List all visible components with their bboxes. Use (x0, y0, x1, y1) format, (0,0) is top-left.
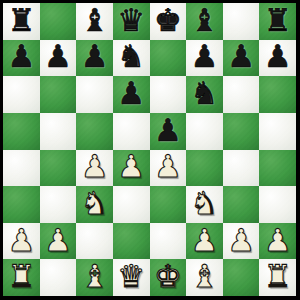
square-e6[interactable] (150, 76, 187, 113)
square-h2[interactable]: ♟ (259, 223, 296, 260)
square-e3[interactable] (150, 186, 187, 223)
square-a2[interactable]: ♟ (3, 223, 40, 260)
square-c2[interactable] (76, 223, 113, 260)
square-h6[interactable] (259, 76, 296, 113)
square-e7[interactable] (150, 40, 187, 77)
square-h5[interactable] (259, 113, 296, 150)
square-h1[interactable]: ♜ (259, 259, 296, 296)
square-b2[interactable]: ♟ (40, 223, 77, 260)
piece-white-pawn[interactable]: ♟ (7, 225, 35, 256)
square-b3[interactable] (40, 186, 77, 223)
square-h8[interactable]: ♜ (259, 3, 296, 40)
piece-black-pawn[interactable]: ♟ (117, 78, 145, 109)
square-a6[interactable] (3, 76, 40, 113)
square-b6[interactable] (40, 76, 77, 113)
square-f1[interactable]: ♝ (186, 259, 223, 296)
piece-white-pawn[interactable]: ♟ (227, 225, 255, 256)
square-b8[interactable] (40, 3, 77, 40)
square-d3[interactable] (113, 186, 150, 223)
square-h7[interactable]: ♟ (259, 40, 296, 77)
chess-board: ♜♝♛♚♝♜♟♟♟♞♟♟♟♟♞♟♟♟♟♞♞♟♟♟♟♟♜♝♛♚♝♜ (3, 3, 296, 296)
square-e8[interactable]: ♚ (150, 3, 187, 40)
square-f5[interactable] (186, 113, 223, 150)
square-f2[interactable]: ♟ (186, 223, 223, 260)
square-c6[interactable] (76, 76, 113, 113)
square-g4[interactable] (223, 150, 260, 187)
piece-white-pawn[interactable]: ♟ (44, 225, 72, 256)
square-a8[interactable]: ♜ (3, 3, 40, 40)
square-g7[interactable]: ♟ (223, 40, 260, 77)
piece-white-queen[interactable]: ♛ (117, 261, 145, 292)
square-d5[interactable] (113, 113, 150, 150)
piece-white-pawn[interactable]: ♟ (81, 151, 109, 182)
piece-white-bishop[interactable]: ♝ (191, 261, 219, 292)
square-e4[interactable]: ♟ (150, 150, 187, 187)
piece-black-pawn[interactable]: ♟ (154, 115, 182, 146)
square-c1[interactable]: ♝ (76, 259, 113, 296)
square-c3[interactable]: ♞ (76, 186, 113, 223)
piece-white-rook[interactable]: ♜ (7, 261, 35, 292)
square-g1[interactable] (223, 259, 260, 296)
piece-white-pawn[interactable]: ♟ (154, 151, 182, 182)
square-d1[interactable]: ♛ (113, 259, 150, 296)
square-b4[interactable] (40, 150, 77, 187)
square-g8[interactable] (223, 3, 260, 40)
square-g2[interactable]: ♟ (223, 223, 260, 260)
square-c5[interactable] (76, 113, 113, 150)
piece-black-pawn[interactable]: ♟ (227, 41, 255, 72)
square-f6[interactable]: ♞ (186, 76, 223, 113)
square-c8[interactable]: ♝ (76, 3, 113, 40)
piece-white-knight[interactable]: ♞ (81, 188, 109, 219)
piece-black-pawn[interactable]: ♟ (81, 41, 109, 72)
square-c4[interactable]: ♟ (76, 150, 113, 187)
piece-black-rook[interactable]: ♜ (264, 5, 292, 36)
piece-white-king[interactable]: ♚ (154, 261, 182, 292)
square-c7[interactable]: ♟ (76, 40, 113, 77)
square-d6[interactable]: ♟ (113, 76, 150, 113)
square-a4[interactable] (3, 150, 40, 187)
piece-black-pawn[interactable]: ♟ (191, 41, 219, 72)
square-a3[interactable] (3, 186, 40, 223)
piece-black-bishop[interactable]: ♝ (191, 5, 219, 36)
square-d2[interactable] (113, 223, 150, 260)
square-a1[interactable]: ♜ (3, 259, 40, 296)
piece-black-pawn[interactable]: ♟ (7, 41, 35, 72)
piece-white-pawn[interactable]: ♟ (264, 225, 292, 256)
square-g5[interactable] (223, 113, 260, 150)
square-h3[interactable] (259, 186, 296, 223)
square-b5[interactable] (40, 113, 77, 150)
square-h4[interactable] (259, 150, 296, 187)
square-a5[interactable] (3, 113, 40, 150)
piece-black-king[interactable]: ♚ (154, 5, 182, 36)
piece-white-rook[interactable]: ♜ (264, 261, 292, 292)
piece-black-bishop[interactable]: ♝ (81, 5, 109, 36)
square-g6[interactable] (223, 76, 260, 113)
square-e5[interactable]: ♟ (150, 113, 187, 150)
square-f3[interactable]: ♞ (186, 186, 223, 223)
piece-white-pawn[interactable]: ♟ (117, 151, 145, 182)
square-d8[interactable]: ♛ (113, 3, 150, 40)
chess-board-frame: ♜♝♛♚♝♜♟♟♟♞♟♟♟♟♞♟♟♟♟♞♞♟♟♟♟♟♜♝♛♚♝♜ (0, 0, 300, 300)
piece-black-pawn[interactable]: ♟ (264, 41, 292, 72)
square-b7[interactable]: ♟ (40, 40, 77, 77)
square-f4[interactable] (186, 150, 223, 187)
piece-black-queen[interactable]: ♛ (117, 5, 145, 36)
square-e1[interactable]: ♚ (150, 259, 187, 296)
square-e2[interactable] (150, 223, 187, 260)
piece-black-pawn[interactable]: ♟ (44, 41, 72, 72)
piece-black-knight[interactable]: ♞ (191, 78, 219, 109)
square-b1[interactable] (40, 259, 77, 296)
square-d4[interactable]: ♟ (113, 150, 150, 187)
square-d7[interactable]: ♞ (113, 40, 150, 77)
piece-white-pawn[interactable]: ♟ (191, 225, 219, 256)
piece-black-knight[interactable]: ♞ (117, 41, 145, 72)
piece-white-bishop[interactable]: ♝ (81, 261, 109, 292)
square-f7[interactable]: ♟ (186, 40, 223, 77)
piece-black-rook[interactable]: ♜ (7, 5, 35, 36)
square-a7[interactable]: ♟ (3, 40, 40, 77)
piece-white-knight[interactable]: ♞ (191, 188, 219, 219)
square-f8[interactable]: ♝ (186, 3, 223, 40)
square-g3[interactable] (223, 186, 260, 223)
